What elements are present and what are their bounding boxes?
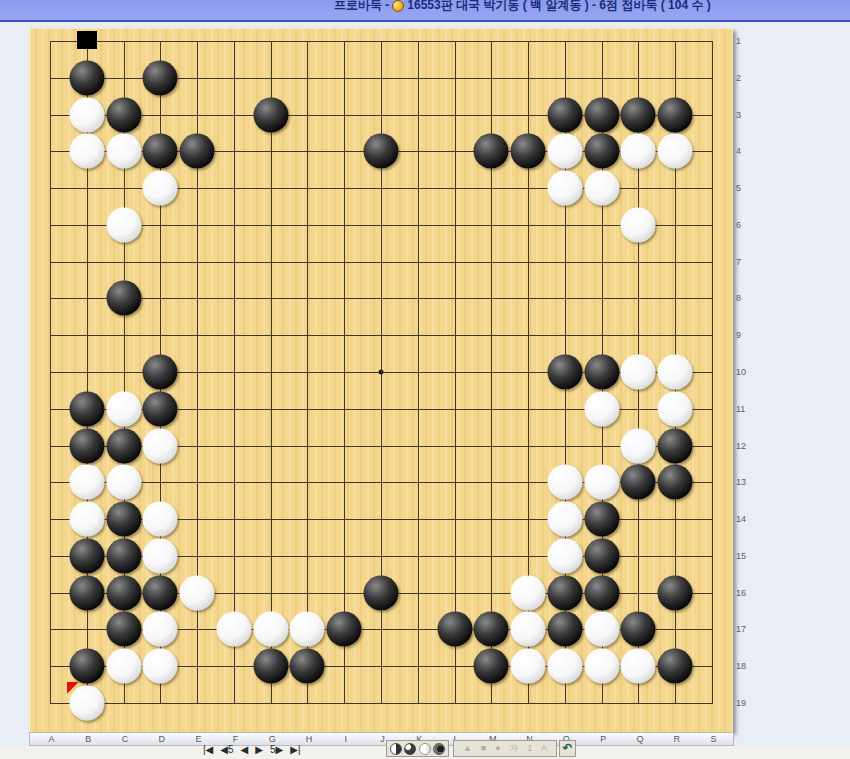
white-stone-O5 — [547, 171, 582, 206]
black-stone-M17 — [474, 612, 509, 647]
white-stone-O15 — [547, 538, 582, 573]
black-stone-P16 — [584, 575, 619, 610]
row-label-8: 8 — [736, 293, 741, 303]
white-stone-P13 — [584, 465, 619, 500]
row-label-16: 16 — [736, 588, 746, 598]
black-stone-P4 — [584, 134, 619, 169]
black-stone-O3 — [547, 97, 582, 132]
white-stone-C11 — [106, 391, 141, 426]
black-stone-C15 — [106, 538, 141, 573]
black-stone-P14 — [584, 502, 619, 537]
white-stone-D5 — [143, 171, 178, 206]
black-stone-M18 — [474, 649, 509, 684]
title-bar: 프로바둑 -16553판 대국 박기동 ( 백 알계동 ) - 6점 접바둑 (… — [0, 0, 850, 22]
white-stone-N17 — [511, 612, 546, 647]
row-label-18: 18 — [736, 661, 746, 671]
black-stone-Q13 — [621, 465, 656, 500]
nav-last-button[interactable]: ▶| — [290, 743, 300, 757]
white-stone-N18 — [511, 649, 546, 684]
white-stone-C13 — [106, 465, 141, 500]
black-stone-P10 — [584, 355, 619, 390]
white-stone-D14 — [143, 502, 178, 537]
number-label-button[interactable]: 1 — [527, 741, 532, 756]
nav-first-button[interactable]: |◀ — [203, 743, 213, 757]
white-stone-H17 — [290, 612, 325, 647]
black-stone-L17 — [437, 612, 472, 647]
row-label-1: 1 — [736, 36, 741, 46]
black-stone-P3 — [584, 97, 619, 132]
black-stone-B16 — [69, 575, 104, 610]
white-stone-B4 — [69, 134, 104, 169]
title-left: 프로바둑 - — [334, 0, 389, 12]
row-label-5: 5 — [736, 183, 741, 193]
black-stone-D16 — [143, 575, 178, 610]
annotation-tool-group: ▲■●가1A — [453, 740, 557, 757]
column-label-B: B — [85, 734, 91, 744]
game-title: 프로바둑 -16553판 대국 박기동 ( 백 알계동 ) - 6점 접바둑 (… — [334, 0, 711, 14]
white-stone-G17 — [253, 612, 288, 647]
row-label-4: 4 — [736, 146, 741, 156]
black-stone-M4 — [474, 134, 509, 169]
go-board[interactable] — [29, 28, 733, 732]
black-stone-R3 — [658, 97, 693, 132]
hangul-label-button[interactable]: 가 — [509, 741, 518, 756]
black-stone-R18 — [658, 649, 693, 684]
black-stone-H18 — [290, 649, 325, 684]
grid-line-vertical — [455, 41, 456, 704]
row-label-13: 13 — [736, 477, 746, 487]
nav-back-button[interactable]: ◀ — [241, 743, 249, 757]
white-stone-O4 — [547, 134, 582, 169]
row-label-19: 19 — [736, 698, 746, 708]
square-marker-button[interactable]: ■ — [481, 741, 486, 756]
white-stone-B19 — [69, 686, 104, 721]
black-stone-C8 — [106, 281, 141, 316]
row-label-7: 7 — [736, 257, 741, 267]
black-stone-D11 — [143, 391, 178, 426]
nav-forward-button[interactable]: ▶ — [255, 743, 263, 757]
black-stone-C17 — [106, 612, 141, 647]
white-stone-Q18 — [621, 649, 656, 684]
grid-line-vertical — [418, 41, 419, 704]
white-stone-D12 — [143, 428, 178, 463]
white-stone-C6 — [106, 207, 141, 242]
half-stone-toggle-icon[interactable] — [390, 743, 402, 755]
black-stone-D10 — [143, 355, 178, 390]
black-stone-I17 — [327, 612, 362, 647]
white-stone-P5 — [584, 171, 619, 206]
circle-marker-button[interactable]: ● — [495, 741, 500, 756]
nav-forward5-button[interactable]: 5▶ — [270, 743, 283, 757]
black-stone-B2 — [69, 60, 104, 95]
row-label-3: 3 — [736, 110, 741, 120]
white-stone-B14 — [69, 502, 104, 537]
row-coordinate-labels: 12345678910111213141516171819 — [736, 0, 756, 759]
white-stone-P11 — [584, 391, 619, 426]
black-stone-B11 — [69, 391, 104, 426]
white-stone-Q12 — [621, 428, 656, 463]
black-stone-B12 — [69, 428, 104, 463]
black-stone-J16 — [364, 575, 399, 610]
black-stone-G18 — [253, 649, 288, 684]
black-stone-Q3 — [621, 97, 656, 132]
black-stone-C16 — [106, 575, 141, 610]
row-label-10: 10 — [736, 367, 746, 377]
undo-arrow-icon: ↶ — [562, 741, 572, 756]
white-stone-P17 — [584, 612, 619, 647]
column-label-S: S — [710, 734, 716, 744]
row-label-15: 15 — [736, 551, 746, 561]
white-stone-Q6 — [621, 207, 656, 242]
column-label-R: R — [673, 734, 680, 744]
numbered-stone-toggle-icon[interactable] — [404, 743, 416, 755]
row-label-2: 2 — [736, 73, 741, 83]
paired-stones-toggle-icon[interactable] — [433, 743, 445, 755]
column-label-D: D — [159, 734, 166, 744]
medal-icon — [392, 0, 404, 12]
white-stone-C4 — [106, 134, 141, 169]
row-label-6: 6 — [736, 220, 741, 230]
row-label-12: 12 — [736, 441, 746, 451]
black-stone-C12 — [106, 428, 141, 463]
white-stone-P18 — [584, 649, 619, 684]
white-stone-E16 — [180, 575, 215, 610]
white-stone-O13 — [547, 465, 582, 500]
row-label-9: 9 — [736, 330, 741, 340]
move-navigation-group: |◀◀5◀▶5▶▶| — [203, 742, 301, 758]
column-label-E: E — [196, 734, 202, 744]
column-coordinate-bar: ABCDEFGHIJKLMNOPQRS — [29, 732, 734, 746]
black-stone-N4 — [511, 134, 546, 169]
letter-label-button[interactable]: A — [541, 741, 547, 756]
title-right: 16553판 대국 박기동 ( 백 알계동 ) - 6점 접바둑 ( 104 수… — [407, 0, 710, 12]
black-stone-O17 — [547, 612, 582, 647]
white-stone-Q10 — [621, 355, 656, 390]
black-stone-C3 — [106, 97, 141, 132]
column-label-J: J — [380, 734, 385, 744]
black-stone-C14 — [106, 502, 141, 537]
grid-line-vertical — [712, 41, 713, 704]
black-stone-E4 — [180, 134, 215, 169]
white-stone-B13 — [69, 465, 104, 500]
white-stone-D15 — [143, 538, 178, 573]
black-stone-R16 — [658, 575, 693, 610]
column-label-Q: Q — [636, 734, 643, 744]
column-label-H: H — [306, 734, 313, 744]
black-stone-P15 — [584, 538, 619, 573]
black-stone-G3 — [253, 97, 288, 132]
black-stone-J4 — [364, 134, 399, 169]
column-label-C: C — [122, 734, 129, 744]
row-label-11: 11 — [736, 404, 745, 414]
white-stone-R4 — [658, 134, 693, 169]
column-label-P: P — [600, 734, 606, 744]
white-stone-R10 — [658, 355, 693, 390]
white-stone-B3 — [69, 97, 104, 132]
black-stone-R12 — [658, 428, 693, 463]
black-stone-O16 — [547, 575, 582, 610]
undo-button[interactable]: ↶ — [559, 740, 576, 757]
white-stone-C18 — [106, 649, 141, 684]
white-stone-toggle-icon[interactable] — [419, 743, 431, 755]
black-stone-B15 — [69, 538, 104, 573]
white-stone-Q4 — [621, 134, 656, 169]
grid-line-horizontal — [50, 703, 713, 704]
star-point — [379, 370, 384, 375]
white-stone-N16 — [511, 575, 546, 610]
white-stone-O14 — [547, 502, 582, 537]
black-stone-O10 — [547, 355, 582, 390]
nav-back5-button[interactable]: ◀5 — [220, 743, 233, 757]
white-stone-F17 — [216, 612, 251, 647]
column-label-A: A — [48, 734, 54, 744]
row-label-17: 17 — [736, 624, 746, 634]
white-stone-O18 — [547, 649, 582, 684]
black-stone-B18 — [69, 649, 104, 684]
white-stone-D17 — [143, 612, 178, 647]
black-stone-D2 — [143, 60, 178, 95]
white-stone-R11 — [658, 391, 693, 426]
square-marker-B1 — [77, 31, 97, 49]
white-stone-D18 — [143, 649, 178, 684]
black-stone-R13 — [658, 465, 693, 500]
column-label-I: I — [344, 734, 347, 744]
row-label-14: 14 — [736, 514, 746, 524]
stone-display-toggle-group — [386, 740, 449, 757]
black-stone-Q17 — [621, 612, 656, 647]
black-stone-D4 — [143, 134, 178, 169]
triangle-marker-button[interactable]: ▲ — [463, 741, 472, 756]
